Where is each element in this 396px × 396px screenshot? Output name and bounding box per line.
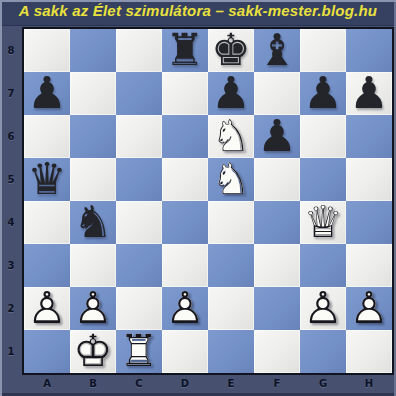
square-c5 <box>116 158 162 201</box>
piece-outline-glyph: ♙ <box>346 285 392 330</box>
white-knight: ♞♘ <box>208 115 254 158</box>
square-g2: ♟♙ <box>300 287 346 330</box>
black-pawn: ♟ <box>24 72 70 115</box>
square-c4 <box>116 201 162 244</box>
piece-glyph: ♟ <box>300 70 346 115</box>
square-g5 <box>300 158 346 201</box>
square-e6: ♞♘ <box>208 115 254 158</box>
black-queen: ♛ <box>24 158 70 201</box>
square-b3 <box>70 244 116 287</box>
square-b8 <box>70 29 116 72</box>
title-bar: A sakk az Élet szimulátora – sakk-mester… <box>2 2 394 26</box>
file-labels: ABCDEFGH <box>24 375 392 392</box>
square-b5 <box>70 158 116 201</box>
white-rook: ♜♖ <box>116 330 162 373</box>
square-e4 <box>208 201 254 244</box>
square-a4 <box>24 201 70 244</box>
piece-glyph: ♛ <box>24 156 70 201</box>
rank-label-1: 1 <box>0 330 22 373</box>
white-pawn: ♟♙ <box>70 287 116 330</box>
square-f3 <box>254 244 300 287</box>
piece-glyph: ♟ <box>346 70 392 115</box>
piece-glyph: ♟ <box>24 70 70 115</box>
square-h2: ♟♙ <box>346 287 392 330</box>
black-pawn: ♟ <box>300 72 346 115</box>
square-c7 <box>116 72 162 115</box>
black-pawn: ♟ <box>208 72 254 115</box>
square-e8: ♚ <box>208 29 254 72</box>
square-d1 <box>162 330 208 373</box>
square-h4 <box>346 201 392 244</box>
piece-outline-glyph: ♙ <box>162 285 208 330</box>
white-pawn: ♟♙ <box>162 287 208 330</box>
black-bishop: ♝ <box>254 29 300 72</box>
square-c2 <box>116 287 162 330</box>
square-e7: ♟ <box>208 72 254 115</box>
square-d2: ♟♙ <box>162 287 208 330</box>
piece-outline-glyph: ♙ <box>70 285 116 330</box>
piece-glyph: ♟ <box>208 70 254 115</box>
white-pawn: ♟♙ <box>24 287 70 330</box>
square-f2 <box>254 287 300 330</box>
file-label-h: H <box>346 375 392 392</box>
square-c1: ♜♖ <box>116 330 162 373</box>
square-b1: ♚♔ <box>70 330 116 373</box>
square-g7: ♟ <box>300 72 346 115</box>
piece-glyph: ♚ <box>208 27 254 72</box>
piece-outline-glyph: ♘ <box>208 113 254 158</box>
white-king: ♚♔ <box>70 330 116 373</box>
rank-label-6: 6 <box>0 115 22 158</box>
square-f6: ♟ <box>254 115 300 158</box>
piece-outline-glyph: ♘ <box>208 156 254 201</box>
file-label-c: C <box>116 375 162 392</box>
chess-diagram-widget: A sakk az Élet szimulátora – sakk-mester… <box>0 0 396 396</box>
square-e2 <box>208 287 254 330</box>
square-e5: ♞♘ <box>208 158 254 201</box>
piece-glyph: ♝ <box>254 27 300 72</box>
rank-label-7: 7 <box>0 72 22 115</box>
square-f5 <box>254 158 300 201</box>
square-h3 <box>346 244 392 287</box>
square-h7: ♟ <box>346 72 392 115</box>
chess-board: ♜♚♝♟♟♟♟♞♘♟♛♞♘♞♛♕♟♙♟♙♟♙♟♙♟♙♚♔♜♖ <box>22 27 394 375</box>
rank-labels: 87654321 <box>0 29 22 373</box>
square-d7 <box>162 72 208 115</box>
square-a3 <box>24 244 70 287</box>
square-g8 <box>300 29 346 72</box>
file-label-d: D <box>162 375 208 392</box>
black-pawn: ♟ <box>254 115 300 158</box>
file-label-e: E <box>208 375 254 392</box>
piece-glyph: ♜ <box>162 27 208 72</box>
piece-glyph: ♞ <box>70 199 116 244</box>
square-f1 <box>254 330 300 373</box>
square-c8 <box>116 29 162 72</box>
square-a2: ♟♙ <box>24 287 70 330</box>
black-knight: ♞ <box>70 201 116 244</box>
square-a1 <box>24 330 70 373</box>
white-knight: ♞♘ <box>208 158 254 201</box>
rank-label-3: 3 <box>0 244 22 287</box>
square-g6 <box>300 115 346 158</box>
square-e3 <box>208 244 254 287</box>
piece-outline-glyph: ♖ <box>116 328 162 373</box>
square-e1 <box>208 330 254 373</box>
square-h6 <box>346 115 392 158</box>
square-c3 <box>116 244 162 287</box>
square-f4 <box>254 201 300 244</box>
white-queen: ♛♕ <box>300 201 346 244</box>
square-b4: ♞ <box>70 201 116 244</box>
square-a8 <box>24 29 70 72</box>
square-b2: ♟♙ <box>70 287 116 330</box>
rank-label-5: 5 <box>0 158 22 201</box>
square-a7: ♟ <box>24 72 70 115</box>
file-label-b: B <box>70 375 116 392</box>
piece-outline-glyph: ♔ <box>70 328 116 373</box>
rank-label-8: 8 <box>0 29 22 72</box>
piece-outline-glyph: ♙ <box>24 285 70 330</box>
file-label-f: F <box>254 375 300 392</box>
white-pawn: ♟♙ <box>346 287 392 330</box>
square-g1 <box>300 330 346 373</box>
square-h8 <box>346 29 392 72</box>
square-d5 <box>162 158 208 201</box>
square-f7 <box>254 72 300 115</box>
black-pawn: ♟ <box>346 72 392 115</box>
square-a6 <box>24 115 70 158</box>
square-h5 <box>346 158 392 201</box>
file-label-g: G <box>300 375 346 392</box>
white-pawn: ♟♙ <box>300 287 346 330</box>
file-label-a: A <box>24 375 70 392</box>
square-h1 <box>346 330 392 373</box>
square-b7 <box>70 72 116 115</box>
square-c6 <box>116 115 162 158</box>
black-king: ♚ <box>208 29 254 72</box>
square-g3 <box>300 244 346 287</box>
square-d8: ♜ <box>162 29 208 72</box>
piece-outline-glyph: ♕ <box>300 199 346 244</box>
square-a5: ♛ <box>24 158 70 201</box>
piece-glyph: ♟ <box>254 113 300 158</box>
rank-label-2: 2 <box>0 287 22 330</box>
square-d3 <box>162 244 208 287</box>
square-b6 <box>70 115 116 158</box>
piece-outline-glyph: ♙ <box>300 285 346 330</box>
square-g4: ♛♕ <box>300 201 346 244</box>
rank-label-4: 4 <box>0 201 22 244</box>
square-f8: ♝ <box>254 29 300 72</box>
square-d6 <box>162 115 208 158</box>
black-rook: ♜ <box>162 29 208 72</box>
square-d4 <box>162 201 208 244</box>
